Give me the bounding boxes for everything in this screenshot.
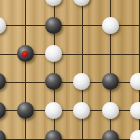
stone-white [45,45,62,62]
stone-white [130,73,140,90]
stone-white [102,17,119,34]
stone-white [45,0,62,6]
stone-black [45,17,62,34]
board-line-horizontal [0,139,140,140]
stone-white [73,73,90,90]
stone-black [0,102,6,119]
stone-white [0,17,6,34]
stone-black [102,130,119,140]
board-line-horizontal [0,25,140,26]
stone-black [45,130,62,140]
stone-white [73,0,90,6]
board-line-horizontal [0,82,140,83]
go-board[interactable] [0,0,140,140]
stone-black [45,73,62,90]
stone-white [130,102,140,119]
stone-white [45,102,62,119]
stone-black [0,130,6,140]
stone-black [17,102,34,119]
stone-white [130,130,140,140]
last-move-marker [22,51,28,57]
stone-white [73,102,90,119]
stone-black [0,73,6,90]
stone-black [102,73,119,90]
stone-white [102,102,119,119]
board-line-vertical [139,0,140,140]
board-line-vertical [82,0,83,140]
board-line-vertical [25,0,26,140]
